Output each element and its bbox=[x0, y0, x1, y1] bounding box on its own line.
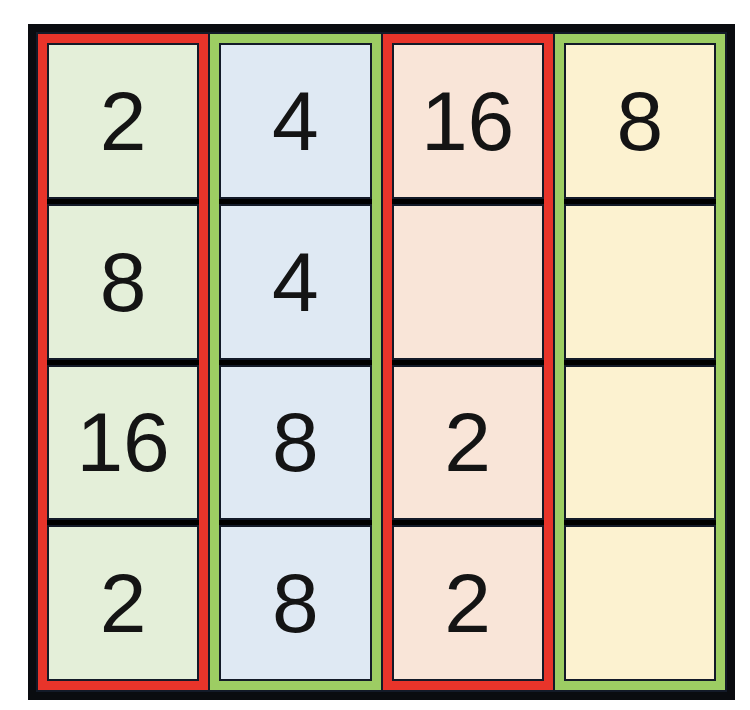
cell-r3-c1: 16 bbox=[47, 365, 199, 521]
cell-r3-c3: 2 bbox=[392, 365, 544, 521]
column-2-green-frame: 4 4 8 8 bbox=[210, 34, 380, 690]
cell-r1-c2: 4 bbox=[219, 43, 371, 199]
column-4-green-frame: 8 bbox=[555, 34, 725, 690]
cell-r2-c1: 8 bbox=[47, 204, 199, 360]
cell-r3-c2: 8 bbox=[219, 365, 371, 521]
cell-r4-c3: 2 bbox=[392, 525, 544, 681]
cell-r1-c4: 8 bbox=[564, 43, 716, 199]
cell-r3-c4 bbox=[564, 365, 716, 521]
cell-r2-c4 bbox=[564, 204, 716, 360]
cell-r1-c1: 2 bbox=[47, 43, 199, 199]
cell-r4-c4 bbox=[564, 525, 716, 681]
cell-r1-c3: 16 bbox=[392, 43, 544, 199]
cell-r2-c3 bbox=[392, 204, 544, 360]
puzzle-board: 2 8 16 2 4 4 8 8 16 2 2 8 bbox=[28, 24, 735, 700]
cell-r4-c1: 2 bbox=[47, 525, 199, 681]
cell-r2-c2: 4 bbox=[219, 204, 371, 360]
column-1-red-frame: 2 8 16 2 bbox=[38, 34, 208, 690]
column-3-red-frame: 16 2 2 bbox=[383, 34, 553, 690]
cell-r4-c2: 8 bbox=[219, 525, 371, 681]
